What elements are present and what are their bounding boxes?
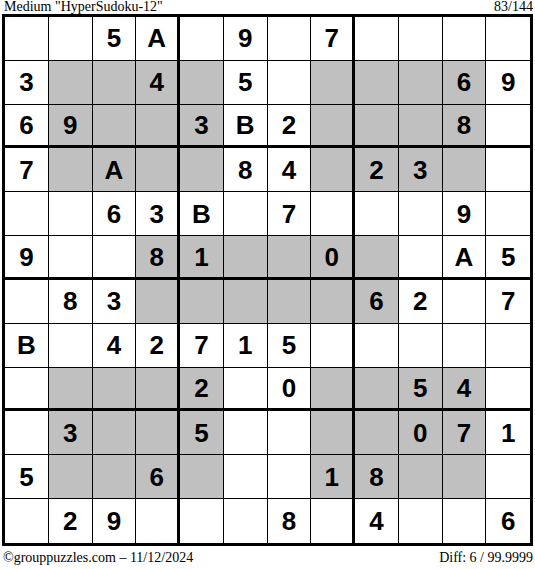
cell-r2c11-given[interactable]: 6 [443, 61, 487, 105]
cell-r11c12-empty[interactable] [486, 455, 530, 499]
cells-remaining-counter: 83/144 [494, 0, 533, 13]
cell-r2c5-empty[interactable] [180, 61, 224, 105]
cell-r1c3-given[interactable]: 5 [93, 17, 137, 61]
cell-r8c5-given[interactable]: 7 [180, 324, 224, 368]
cell-r11c5-empty[interactable] [180, 455, 224, 499]
cell-r7c3-given[interactable]: 3 [93, 280, 137, 324]
cell-r9c8-empty[interactable] [311, 368, 355, 412]
cell-r3c9-empty[interactable] [355, 105, 399, 149]
cell-r2c8-empty[interactable] [311, 61, 355, 105]
cell-r11c6-empty[interactable] [224, 455, 268, 499]
cell-r3c5-given[interactable]: 3 [180, 105, 224, 149]
cell-r2c12-given[interactable]: 9 [486, 61, 530, 105]
cell-r5c12-empty[interactable] [486, 192, 530, 236]
cell-r5c8-empty[interactable] [311, 192, 355, 236]
cell-r12c1-empty[interactable] [5, 499, 49, 543]
cell-r4c1-given[interactable]: 7 [5, 148, 49, 192]
cell-r9c10-given[interactable]: 5 [399, 368, 443, 412]
copyright-text: ©grouppuzzles.com – 11/12/2024 [3, 551, 193, 565]
cell-r10c9-empty[interactable] [355, 411, 399, 455]
cell-r3c8-empty[interactable] [311, 105, 355, 149]
cell-r7c6-empty[interactable] [224, 280, 268, 324]
cell-r6c5-given[interactable]: 1 [180, 236, 224, 280]
cell-r8c9-empty[interactable] [355, 324, 399, 368]
cell-r4c12-empty[interactable] [486, 148, 530, 192]
cell-r10c7-empty[interactable] [268, 411, 312, 455]
cell-r8c4-given[interactable]: 2 [136, 324, 180, 368]
cell-r8c11-empty[interactable] [443, 324, 487, 368]
cell-r11c3-empty[interactable] [93, 455, 137, 499]
cell-r9c5-given[interactable]: 2 [180, 368, 224, 412]
cell-r3c7-given[interactable]: 2 [268, 105, 312, 149]
cell-r3c1-given[interactable]: 6 [5, 105, 49, 149]
cell-r3c2-given[interactable]: 9 [49, 105, 93, 149]
cell-r9c7-given[interactable]: 0 [268, 368, 312, 412]
cell-r2c3-empty[interactable] [93, 61, 137, 105]
cell-r8c12-empty[interactable] [486, 324, 530, 368]
cell-r2c9-empty[interactable] [355, 61, 399, 105]
cell-r1c7-empty[interactable] [268, 17, 312, 61]
cell-r4c4-empty[interactable] [136, 148, 180, 192]
cell-r5c3-given[interactable]: 6 [93, 192, 137, 236]
cell-r8c7-given[interactable]: 5 [268, 324, 312, 368]
cell-r4c5-empty[interactable] [180, 148, 224, 192]
cell-r1c4-given[interactable]: A [136, 17, 180, 61]
cell-r6c1-given[interactable]: 9 [5, 236, 49, 280]
cell-r10c8-empty[interactable] [311, 411, 355, 455]
cell-r4c9-given[interactable]: 2 [355, 148, 399, 192]
cell-r2c10-empty[interactable] [399, 61, 443, 105]
cell-r3c10-empty[interactable] [399, 105, 443, 149]
cell-r12c5-empty[interactable] [180, 499, 224, 543]
cell-r11c7-empty[interactable] [268, 455, 312, 499]
cell-r12c8-empty[interactable] [311, 499, 355, 543]
cell-r5c11-given[interactable]: 9 [443, 192, 487, 236]
cell-r3c3-empty[interactable] [93, 105, 137, 149]
cell-r12c12-given[interactable]: 6 [486, 499, 530, 543]
cell-r4c7-given[interactable]: 4 [268, 148, 312, 192]
cell-r10c10-given[interactable]: 0 [399, 411, 443, 455]
cell-r10c11-given[interactable]: 7 [443, 411, 487, 455]
cell-r12c7-given[interactable]: 8 [268, 499, 312, 543]
page-title: Medium "HyperSudoku-12" [4, 0, 163, 13]
cell-r3c12-empty[interactable] [486, 105, 530, 149]
cell-r7c8-empty[interactable] [311, 280, 355, 324]
cell-r6c12-given[interactable]: 5 [486, 236, 530, 280]
cell-r1c6-given[interactable]: 9 [224, 17, 268, 61]
cell-r7c2-given[interactable]: 8 [49, 280, 93, 324]
cell-r6c6-empty[interactable] [224, 236, 268, 280]
cell-r4c8-empty[interactable] [311, 148, 355, 192]
cell-r5c10-empty[interactable] [399, 192, 443, 236]
cell-r7c10-given[interactable]: 2 [399, 280, 443, 324]
cell-r8c2-empty[interactable] [49, 324, 93, 368]
cell-r5c2-empty[interactable] [49, 192, 93, 236]
cell-r9c2-empty[interactable] [49, 368, 93, 412]
cell-r4c6-given[interactable]: 8 [224, 148, 268, 192]
cell-r2c7-empty[interactable] [268, 61, 312, 105]
cell-r6c4-given[interactable]: 8 [136, 236, 180, 280]
cell-r12c2-given[interactable]: 2 [49, 499, 93, 543]
cell-r6c7-empty[interactable] [268, 236, 312, 280]
cell-r1c10-empty[interactable] [399, 17, 443, 61]
cell-r10c2-given[interactable]: 3 [49, 411, 93, 455]
sudoku-grid: 5A9734569693B287A842363B799810A583627B42… [2, 14, 533, 546]
cell-r7c7-empty[interactable] [268, 280, 312, 324]
cell-r7c5-empty[interactable] [180, 280, 224, 324]
cell-r9c6-empty[interactable] [224, 368, 268, 412]
cell-r10c3-empty[interactable] [93, 411, 137, 455]
cell-r11c11-empty[interactable] [443, 455, 487, 499]
cell-r2c2-empty[interactable] [49, 61, 93, 105]
puzzle-page: Medium "HyperSudoku-12" 83/144 5A9734569… [0, 0, 535, 569]
cell-r7c9-given[interactable]: 6 [355, 280, 399, 324]
cell-r6c2-empty[interactable] [49, 236, 93, 280]
cell-r4c10-given[interactable]: 3 [399, 148, 443, 192]
cell-r9c12-empty[interactable] [486, 368, 530, 412]
cell-r9c11-given[interactable]: 4 [443, 368, 487, 412]
cell-r1c8-given[interactable]: 7 [311, 17, 355, 61]
cell-r10c4-empty[interactable] [136, 411, 180, 455]
cell-r12c11-empty[interactable] [443, 499, 487, 543]
cell-r10c1-empty[interactable] [5, 411, 49, 455]
cell-r3c11-given[interactable]: 8 [443, 105, 487, 149]
cell-r2c6-given[interactable]: 5 [224, 61, 268, 105]
cell-r4c3-given[interactable]: A [93, 148, 137, 192]
cell-r10c6-empty[interactable] [224, 411, 268, 455]
cell-r6c8-given[interactable]: 0 [311, 236, 355, 280]
cell-r7c12-given[interactable]: 7 [486, 280, 530, 324]
cell-r11c2-empty[interactable] [49, 455, 93, 499]
cell-r5c6-empty[interactable] [224, 192, 268, 236]
cell-r7c1-empty[interactable] [5, 280, 49, 324]
cell-r9c9-empty[interactable] [355, 368, 399, 412]
cell-r9c1-empty[interactable] [5, 368, 49, 412]
cell-r1c9-empty[interactable] [355, 17, 399, 61]
cell-r11c9-given[interactable]: 8 [355, 455, 399, 499]
cell-r7c4-empty[interactable] [136, 280, 180, 324]
difficulty-text: Diff: 6 / 99.9999 [439, 551, 533, 565]
cell-r8c10-empty[interactable] [399, 324, 443, 368]
cell-r5c9-empty[interactable] [355, 192, 399, 236]
cell-r5c7-given[interactable]: 7 [268, 192, 312, 236]
cell-r12c10-empty[interactable] [399, 499, 443, 543]
cell-r8c1-given[interactable]: B [5, 324, 49, 368]
cell-r10c5-given[interactable]: 5 [180, 411, 224, 455]
cell-r6c11-given[interactable]: A [443, 236, 487, 280]
cell-r8c6-given[interactable]: 1 [224, 324, 268, 368]
cell-r1c5-empty[interactable] [180, 17, 224, 61]
cell-r9c3-empty[interactable] [93, 368, 137, 412]
cell-r7c11-empty[interactable] [443, 280, 487, 324]
cell-r11c8-given[interactable]: 1 [311, 455, 355, 499]
cell-r2c1-given[interactable]: 3 [5, 61, 49, 105]
cell-r6c10-empty[interactable] [399, 236, 443, 280]
cell-r2c4-given[interactable]: 4 [136, 61, 180, 105]
cell-r3c6-given[interactable]: B [224, 105, 268, 149]
cell-r5c5-given[interactable]: B [180, 192, 224, 236]
cell-r11c4-given[interactable]: 6 [136, 455, 180, 499]
cell-r12c9-given[interactable]: 4 [355, 499, 399, 543]
cell-r8c8-empty[interactable] [311, 324, 355, 368]
cell-r4c2-empty[interactable] [49, 148, 93, 192]
cell-r6c3-empty[interactable] [93, 236, 137, 280]
cell-r3c4-empty[interactable] [136, 105, 180, 149]
cell-r11c10-empty[interactable] [399, 455, 443, 499]
cell-r10c12-given[interactable]: 1 [486, 411, 530, 455]
cell-r1c12-empty[interactable] [486, 17, 530, 61]
cell-r6c9-empty[interactable] [355, 236, 399, 280]
cell-r9c4-empty[interactable] [136, 368, 180, 412]
cell-r1c1-empty[interactable] [5, 17, 49, 61]
cell-r8c3-given[interactable]: 4 [93, 324, 137, 368]
cell-r4c11-empty[interactable] [443, 148, 487, 192]
cell-r5c1-empty[interactable] [5, 192, 49, 236]
cell-r12c6-empty[interactable] [224, 499, 268, 543]
cell-r5c4-given[interactable]: 3 [136, 192, 180, 236]
cell-r12c4-empty[interactable] [136, 499, 180, 543]
cell-r1c2-empty[interactable] [49, 17, 93, 61]
cell-r1c11-empty[interactable] [443, 17, 487, 61]
cell-r11c1-given[interactable]: 5 [5, 455, 49, 499]
cell-r12c3-given[interactable]: 9 [93, 499, 137, 543]
